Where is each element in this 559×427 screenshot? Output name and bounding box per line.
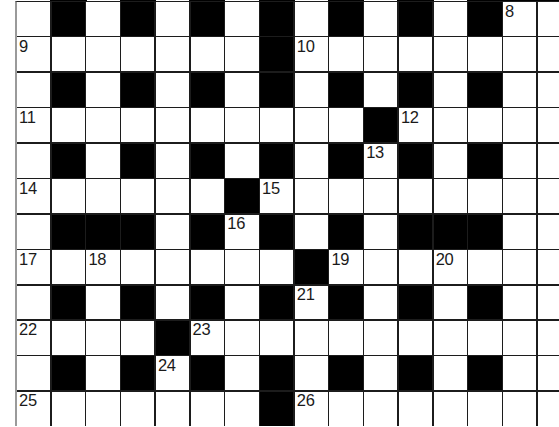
black-cell: [468, 73, 501, 107]
white-cell[interactable]: [86, 321, 119, 355]
white-cell[interactable]: [17, 73, 50, 107]
white-cell[interactable]: [364, 73, 397, 107]
white-cell[interactable]: [52, 179, 85, 213]
white-cell[interactable]: 9: [17, 37, 50, 71]
white-cell[interactable]: [503, 37, 536, 71]
black-cell: [191, 356, 224, 390]
white-cell[interactable]: [434, 392, 467, 426]
white-cell[interactable]: [364, 356, 397, 390]
white-cell[interactable]: [399, 179, 432, 213]
white-cell[interactable]: [121, 392, 154, 426]
white-cell[interactable]: [52, 250, 85, 284]
white-cell[interactable]: 8: [503, 2, 536, 36]
white-cell[interactable]: [538, 356, 559, 390]
white-cell[interactable]: [156, 108, 189, 142]
white-cell[interactable]: [399, 37, 432, 71]
white-cell[interactable]: [434, 108, 467, 142]
white-cell[interactable]: [225, 108, 258, 142]
black-cell: [434, 215, 467, 249]
white-cell[interactable]: [225, 392, 258, 426]
white-cell[interactable]: [121, 179, 154, 213]
white-cell[interactable]: [156, 250, 189, 284]
white-cell[interactable]: [17, 286, 50, 320]
black-cell: [468, 286, 501, 320]
white-cell[interactable]: [225, 37, 258, 71]
white-cell[interactable]: [434, 2, 467, 36]
white-cell[interactable]: [121, 250, 154, 284]
white-cell[interactable]: [225, 321, 258, 355]
white-cell[interactable]: [86, 2, 119, 36]
clue-number: 22: [19, 321, 37, 338]
black-cell: [52, 286, 85, 320]
black-cell: [52, 356, 85, 390]
white-cell[interactable]: [295, 215, 328, 249]
white-cell[interactable]: [503, 108, 536, 142]
black-cell: [399, 2, 432, 36]
white-cell[interactable]: [329, 392, 362, 426]
white-cell[interactable]: 10: [295, 37, 328, 71]
white-cell[interactable]: [156, 215, 189, 249]
white-cell[interactable]: [434, 179, 467, 213]
white-cell[interactable]: [86, 144, 119, 178]
white-cell[interactable]: [295, 321, 328, 355]
white-cell[interactable]: [52, 392, 85, 426]
white-cell[interactable]: [225, 2, 258, 36]
white-cell[interactable]: [191, 392, 224, 426]
white-cell[interactable]: [86, 179, 119, 213]
black-cell: [329, 144, 362, 178]
black-cell: [52, 144, 85, 178]
white-cell[interactable]: [156, 73, 189, 107]
white-cell[interactable]: 26: [295, 392, 328, 426]
black-cell: [468, 144, 501, 178]
white-cell[interactable]: 11: [17, 108, 50, 142]
white-cell[interactable]: [225, 286, 258, 320]
white-cell[interactable]: [364, 215, 397, 249]
black-cell: [260, 144, 293, 178]
black-cell: [52, 2, 85, 36]
white-cell[interactable]: [86, 37, 119, 71]
white-cell[interactable]: [538, 73, 559, 107]
white-cell[interactable]: [191, 179, 224, 213]
white-cell[interactable]: 15: [260, 179, 293, 213]
white-cell[interactable]: [538, 108, 559, 142]
white-cell[interactable]: [121, 321, 154, 355]
white-cell[interactable]: [538, 144, 559, 178]
white-cell[interactable]: [538, 179, 559, 213]
white-cell[interactable]: [295, 144, 328, 178]
white-cell[interactable]: [156, 2, 189, 36]
white-cell[interactable]: 23: [191, 321, 224, 355]
white-cell[interactable]: [295, 179, 328, 213]
white-cell[interactable]: [434, 37, 467, 71]
white-cell[interactable]: [538, 37, 559, 71]
white-cell[interactable]: [538, 250, 559, 284]
white-cell[interactable]: [468, 392, 501, 426]
clue-number: 24: [158, 357, 176, 374]
black-cell: [121, 2, 154, 36]
white-cell[interactable]: [156, 179, 189, 213]
white-cell[interactable]: [503, 392, 536, 426]
black-cell: [52, 73, 85, 107]
white-cell[interactable]: 22: [17, 321, 50, 355]
white-cell[interactable]: [52, 37, 85, 71]
white-cell[interactable]: [503, 179, 536, 213]
white-cell[interactable]: [329, 108, 362, 142]
black-cell: [52, 215, 85, 249]
white-cell[interactable]: [434, 144, 467, 178]
black-cell: [295, 250, 328, 284]
white-cell[interactable]: [434, 321, 467, 355]
white-cell[interactable]: 18: [86, 250, 119, 284]
black-cell: [191, 286, 224, 320]
black-cell: [191, 2, 224, 36]
white-cell[interactable]: [468, 321, 501, 355]
white-cell[interactable]: [364, 2, 397, 36]
black-cell: [399, 73, 432, 107]
white-cell[interactable]: [364, 321, 397, 355]
black-cell: [329, 2, 362, 36]
white-cell[interactable]: [191, 250, 224, 284]
clue-number: 10: [297, 38, 315, 55]
clue-number: 26: [297, 392, 315, 409]
white-cell[interactable]: [538, 321, 559, 355]
clue-number: 14: [19, 180, 37, 197]
white-cell[interactable]: [434, 73, 467, 107]
white-cell[interactable]: [295, 73, 328, 107]
white-cell[interactable]: [17, 144, 50, 178]
black-cell: [399, 215, 432, 249]
black-cell: [191, 144, 224, 178]
white-cell[interactable]: [295, 108, 328, 142]
clue-number: 25: [19, 392, 37, 409]
white-cell[interactable]: [225, 356, 258, 390]
white-cell[interactable]: [364, 37, 397, 71]
black-cell: [191, 73, 224, 107]
white-cell[interactable]: [17, 215, 50, 249]
clue-number: 13: [366, 144, 384, 161]
black-cell: [329, 356, 362, 390]
clue-number: 19: [331, 251, 349, 268]
white-cell[interactable]: [156, 144, 189, 178]
clue-number: 18: [88, 251, 106, 268]
white-cell[interactable]: [260, 250, 293, 284]
white-cell[interactable]: [434, 286, 467, 320]
white-cell[interactable]: [52, 108, 85, 142]
white-cell[interactable]: [364, 179, 397, 213]
black-cell: [260, 73, 293, 107]
black-cell: [329, 286, 362, 320]
white-cell[interactable]: [260, 321, 293, 355]
white-cell[interactable]: [260, 108, 293, 142]
black-cell: [468, 356, 501, 390]
white-cell[interactable]: [434, 356, 467, 390]
white-cell[interactable]: [503, 144, 536, 178]
white-cell[interactable]: [538, 215, 559, 249]
white-cell[interactable]: 13: [364, 144, 397, 178]
white-cell[interactable]: [225, 144, 258, 178]
white-cell[interactable]: [295, 356, 328, 390]
black-cell: [225, 179, 258, 213]
white-cell[interactable]: [17, 2, 50, 36]
white-cell[interactable]: [86, 286, 119, 320]
black-cell: [86, 215, 119, 249]
black-cell: [399, 144, 432, 178]
black-cell: [121, 286, 154, 320]
white-cell[interactable]: [503, 250, 536, 284]
clue-number: 21: [297, 286, 315, 303]
white-cell[interactable]: [156, 392, 189, 426]
black-cell: [260, 356, 293, 390]
crossword-board: 891011121314151617181920212223242526: [15, 1, 559, 426]
white-cell[interactable]: 25: [17, 392, 50, 426]
black-cell: [156, 321, 189, 355]
white-cell[interactable]: [329, 321, 362, 355]
white-cell[interactable]: [156, 37, 189, 71]
white-cell[interactable]: [121, 37, 154, 71]
black-cell: [191, 215, 224, 249]
white-cell[interactable]: [86, 73, 119, 107]
black-cell: [329, 215, 362, 249]
clue-number: 17: [19, 251, 37, 268]
clue-number: 15: [262, 180, 280, 197]
white-cell[interactable]: [86, 392, 119, 426]
black-cell: [260, 37, 293, 71]
white-cell[interactable]: 21: [295, 286, 328, 320]
white-cell[interactable]: [538, 392, 559, 426]
white-cell[interactable]: [468, 179, 501, 213]
clue-number: 12: [401, 109, 419, 126]
white-cell[interactable]: [468, 37, 501, 71]
black-cell: [260, 392, 293, 426]
white-cell[interactable]: [191, 108, 224, 142]
white-cell[interactable]: 19: [329, 250, 362, 284]
black-cell: [260, 2, 293, 36]
white-cell[interactable]: 24: [156, 356, 189, 390]
white-cell[interactable]: [156, 286, 189, 320]
white-cell[interactable]: [364, 286, 397, 320]
clue-number: 8: [505, 3, 514, 20]
black-cell: [399, 286, 432, 320]
black-cell: [329, 73, 362, 107]
white-cell[interactable]: [225, 73, 258, 107]
white-cell[interactable]: [503, 73, 536, 107]
black-cell: [468, 215, 501, 249]
white-cell[interactable]: [329, 179, 362, 213]
clue-number: 16: [227, 215, 245, 232]
black-cell: [121, 144, 154, 178]
white-cell[interactable]: [399, 392, 432, 426]
white-cell[interactable]: [468, 250, 501, 284]
black-cell: [121, 215, 154, 249]
clue-number: 9: [19, 38, 28, 55]
white-cell[interactable]: [86, 108, 119, 142]
white-cell[interactable]: [468, 108, 501, 142]
black-cell: [121, 356, 154, 390]
white-cell[interactable]: [503, 215, 536, 249]
white-cell[interactable]: [191, 37, 224, 71]
white-cell[interactable]: [17, 356, 50, 390]
clue-number: 23: [193, 321, 211, 338]
black-cell: [121, 73, 154, 107]
white-cell[interactable]: 17: [17, 250, 50, 284]
black-cell: [260, 286, 293, 320]
white-cell[interactable]: [538, 286, 559, 320]
white-cell[interactable]: [399, 250, 432, 284]
white-cell[interactable]: 20: [434, 250, 467, 284]
white-cell[interactable]: [399, 321, 432, 355]
white-cell[interactable]: [364, 250, 397, 284]
white-cell[interactable]: [364, 392, 397, 426]
white-cell[interactable]: [225, 250, 258, 284]
white-cell[interactable]: 12: [399, 108, 432, 142]
white-cell[interactable]: 16: [225, 215, 258, 249]
white-cell[interactable]: 14: [17, 179, 50, 213]
black-cell: [364, 108, 397, 142]
white-cell[interactable]: [121, 108, 154, 142]
clue-number: 20: [436, 251, 454, 268]
white-cell[interactable]: [503, 321, 536, 355]
white-cell[interactable]: [503, 356, 536, 390]
white-cell[interactable]: [295, 2, 328, 36]
white-cell[interactable]: [538, 2, 559, 36]
white-cell[interactable]: [503, 286, 536, 320]
clue-number: 11: [19, 109, 36, 126]
white-cell[interactable]: [329, 37, 362, 71]
black-cell: [399, 356, 432, 390]
white-cell[interactable]: [86, 356, 119, 390]
black-cell: [260, 215, 293, 249]
black-cell: [468, 2, 501, 36]
white-cell[interactable]: [52, 321, 85, 355]
